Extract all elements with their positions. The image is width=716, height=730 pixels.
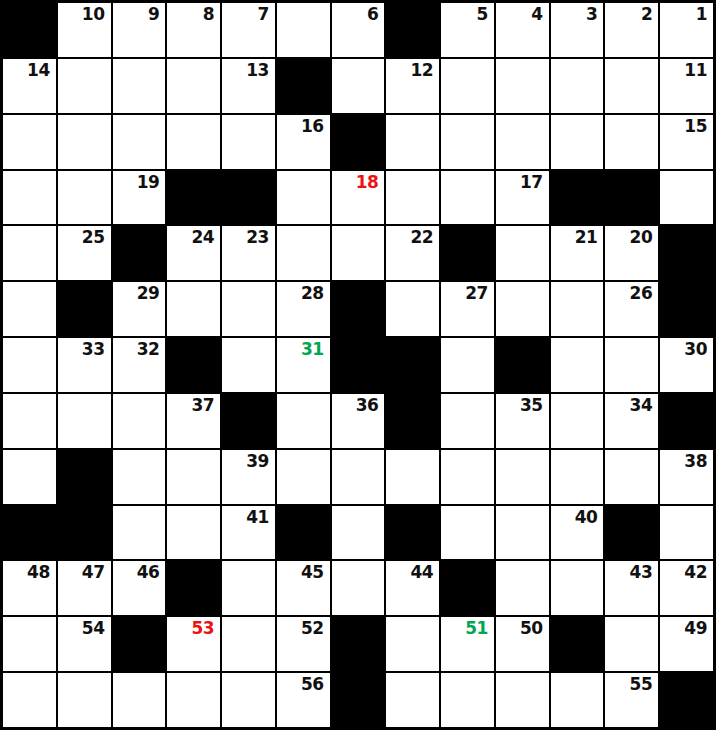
- white-cell[interactable]: 7: [222, 3, 275, 57]
- white-cell[interactable]: [3, 673, 56, 727]
- clue-number: 20: [630, 227, 653, 248]
- white-cell[interactable]: [222, 115, 275, 169]
- white-cell[interactable]: 34: [605, 394, 658, 448]
- clue-number: 33: [82, 339, 105, 360]
- black-cell: [332, 673, 385, 727]
- clue-number: 9: [148, 4, 159, 25]
- clue-number: 32: [137, 339, 160, 360]
- clue-number: 50: [520, 618, 543, 639]
- white-cell[interactable]: 14: [3, 59, 56, 113]
- black-cell: [441, 226, 494, 280]
- white-cell[interactable]: 38: [660, 450, 713, 504]
- white-cell[interactable]: [3, 282, 56, 336]
- white-cell[interactable]: [3, 226, 56, 280]
- white-cell[interactable]: [277, 171, 330, 225]
- clue-number: 43: [630, 562, 653, 583]
- white-cell[interactable]: 56: [277, 673, 330, 727]
- white-cell[interactable]: 16: [277, 115, 330, 169]
- black-cell: [332, 617, 385, 671]
- white-cell[interactable]: [3, 617, 56, 671]
- white-cell[interactable]: 48: [3, 561, 56, 615]
- clue-number: 39: [246, 451, 269, 472]
- white-cell[interactable]: [222, 282, 275, 336]
- white-cell[interactable]: 36: [332, 394, 385, 448]
- white-cell[interactable]: [277, 450, 330, 504]
- white-cell[interactable]: 26: [605, 282, 658, 336]
- white-cell[interactable]: [605, 115, 658, 169]
- white-cell[interactable]: 35: [496, 394, 549, 448]
- white-cell[interactable]: [551, 394, 604, 448]
- clue-number: 56: [301, 674, 324, 695]
- clue-number: 17: [520, 172, 543, 193]
- clue-number: 11: [684, 60, 707, 81]
- clue-number: 15: [684, 116, 707, 137]
- black-cell: [277, 59, 330, 113]
- white-cell[interactable]: [496, 673, 549, 727]
- white-cell[interactable]: [551, 561, 604, 615]
- white-cell[interactable]: [332, 226, 385, 280]
- white-cell[interactable]: [167, 282, 220, 336]
- clue-number: 38: [684, 451, 707, 472]
- white-cell[interactable]: [441, 394, 494, 448]
- white-cell[interactable]: [386, 673, 439, 727]
- white-cell[interactable]: [167, 673, 220, 727]
- white-cell[interactable]: [3, 338, 56, 392]
- white-cell[interactable]: [222, 673, 275, 727]
- white-cell[interactable]: [386, 171, 439, 225]
- white-cell[interactable]: [113, 506, 166, 560]
- white-cell[interactable]: [496, 282, 549, 336]
- black-cell: [551, 171, 604, 225]
- black-cell: [3, 506, 56, 560]
- white-cell[interactable]: 55: [605, 673, 658, 727]
- white-cell[interactable]: 41: [222, 506, 275, 560]
- white-cell[interactable]: [58, 59, 111, 113]
- black-cell: [660, 394, 713, 448]
- white-cell[interactable]: 18: [332, 171, 385, 225]
- clue-number: 45: [301, 562, 324, 583]
- white-cell[interactable]: [3, 115, 56, 169]
- clue-number: 10: [82, 4, 105, 25]
- white-cell[interactable]: [441, 673, 494, 727]
- white-cell[interactable]: [441, 338, 494, 392]
- black-cell: [167, 561, 220, 615]
- white-cell[interactable]: 25: [58, 226, 111, 280]
- white-cell[interactable]: 3: [551, 3, 604, 57]
- clue-number: 19: [137, 172, 160, 193]
- white-cell[interactable]: 33: [58, 338, 111, 392]
- black-cell: [3, 3, 56, 57]
- white-cell[interactable]: 32: [113, 338, 166, 392]
- clue-number: 36: [356, 395, 379, 416]
- white-cell[interactable]: 45: [277, 561, 330, 615]
- white-cell[interactable]: [167, 506, 220, 560]
- white-cell[interactable]: [496, 506, 549, 560]
- black-cell: [386, 506, 439, 560]
- white-cell[interactable]: 54: [58, 617, 111, 671]
- white-cell[interactable]: [167, 450, 220, 504]
- white-cell[interactable]: 43: [605, 561, 658, 615]
- clue-number: 13: [246, 60, 269, 81]
- white-cell[interactable]: [167, 115, 220, 169]
- white-cell[interactable]: 17: [496, 171, 549, 225]
- clue-number: 22: [410, 227, 433, 248]
- white-cell[interactable]: [113, 450, 166, 504]
- white-cell[interactable]: 52: [277, 617, 330, 671]
- white-cell[interactable]: 30: [660, 338, 713, 392]
- white-cell[interactable]: [496, 59, 549, 113]
- clue-number: 51: [465, 618, 488, 639]
- white-cell[interactable]: [605, 450, 658, 504]
- white-cell[interactable]: 10: [58, 3, 111, 57]
- white-cell[interactable]: [58, 394, 111, 448]
- white-cell[interactable]: [3, 171, 56, 225]
- white-cell[interactable]: 37: [167, 394, 220, 448]
- white-cell[interactable]: [496, 115, 549, 169]
- black-cell: [496, 338, 549, 392]
- black-cell: [222, 394, 275, 448]
- white-cell[interactable]: [386, 617, 439, 671]
- black-cell: [605, 506, 658, 560]
- white-cell[interactable]: [222, 338, 275, 392]
- clue-number: 12: [410, 60, 433, 81]
- white-cell[interactable]: [277, 3, 330, 57]
- white-cell[interactable]: [222, 561, 275, 615]
- white-cell[interactable]: [277, 394, 330, 448]
- clue-number: 44: [410, 562, 433, 583]
- clue-number: 23: [246, 227, 269, 248]
- clue-number: 35: [520, 395, 543, 416]
- white-cell[interactable]: 11: [660, 59, 713, 113]
- clue-number: 28: [301, 283, 324, 304]
- clue-number: 6: [367, 4, 378, 25]
- white-cell[interactable]: 39: [222, 450, 275, 504]
- clue-number: 18: [356, 172, 379, 193]
- white-cell[interactable]: [113, 59, 166, 113]
- white-cell[interactable]: [277, 226, 330, 280]
- white-cell[interactable]: 1: [660, 3, 713, 57]
- clue-number: 42: [684, 562, 707, 583]
- clue-number: 41: [246, 507, 269, 528]
- white-cell[interactable]: [386, 115, 439, 169]
- black-cell: [551, 617, 604, 671]
- white-cell[interactable]: 27: [441, 282, 494, 336]
- white-cell[interactable]: [551, 338, 604, 392]
- white-cell[interactable]: 20: [605, 226, 658, 280]
- white-cell[interactable]: 50: [496, 617, 549, 671]
- clue-number: 5: [477, 4, 488, 25]
- white-cell[interactable]: 13: [222, 59, 275, 113]
- clue-number: 25: [82, 227, 105, 248]
- white-cell[interactable]: [3, 450, 56, 504]
- black-cell: [660, 226, 713, 280]
- white-cell[interactable]: 6: [332, 3, 385, 57]
- white-cell[interactable]: 15: [660, 115, 713, 169]
- white-cell[interactable]: [551, 673, 604, 727]
- black-cell: [277, 506, 330, 560]
- white-cell[interactable]: [332, 450, 385, 504]
- clue-number: 49: [684, 618, 707, 639]
- clue-number: 7: [258, 4, 269, 25]
- white-cell[interactable]: [496, 450, 549, 504]
- clue-number: 46: [137, 562, 160, 583]
- clue-number: 37: [191, 395, 214, 416]
- white-cell[interactable]: [551, 115, 604, 169]
- white-cell[interactable]: [441, 171, 494, 225]
- white-cell[interactable]: 19: [113, 171, 166, 225]
- black-cell: [167, 171, 220, 225]
- white-cell[interactable]: [605, 617, 658, 671]
- white-cell[interactable]: 28: [277, 282, 330, 336]
- black-cell: [58, 282, 111, 336]
- clue-number: 24: [191, 227, 214, 248]
- black-cell: [605, 171, 658, 225]
- clue-number: 48: [27, 562, 50, 583]
- white-cell[interactable]: [660, 506, 713, 560]
- white-cell[interactable]: 2: [605, 3, 658, 57]
- white-cell[interactable]: 5: [441, 3, 494, 57]
- white-cell[interactable]: [222, 617, 275, 671]
- black-cell: [660, 673, 713, 727]
- white-cell[interactable]: [332, 506, 385, 560]
- black-cell: [113, 226, 166, 280]
- white-cell[interactable]: 51: [441, 617, 494, 671]
- clue-number: 52: [301, 618, 324, 639]
- white-cell[interactable]: 44: [386, 561, 439, 615]
- white-cell[interactable]: [605, 338, 658, 392]
- clue-number: 14: [27, 60, 50, 81]
- clue-number: 34: [630, 395, 653, 416]
- black-cell: [386, 394, 439, 448]
- white-cell[interactable]: 9: [113, 3, 166, 57]
- white-cell[interactable]: 40: [551, 506, 604, 560]
- white-cell[interactable]: [3, 394, 56, 448]
- clue-number: 47: [82, 562, 105, 583]
- white-cell[interactable]: [58, 115, 111, 169]
- white-cell[interactable]: [441, 59, 494, 113]
- black-cell: [441, 561, 494, 615]
- clue-number: 4: [531, 4, 542, 25]
- white-cell[interactable]: [58, 673, 111, 727]
- white-cell[interactable]: 8: [167, 3, 220, 57]
- black-cell: [386, 338, 439, 392]
- clue-number: 16: [301, 116, 324, 137]
- white-cell[interactable]: 31: [277, 338, 330, 392]
- clue-number: 8: [203, 4, 214, 25]
- white-cell[interactable]: 42: [660, 561, 713, 615]
- white-cell[interactable]: [113, 394, 166, 448]
- white-cell[interactable]: 53: [167, 617, 220, 671]
- clue-number: 3: [586, 4, 597, 25]
- white-cell[interactable]: [496, 561, 549, 615]
- white-cell[interactable]: [441, 506, 494, 560]
- white-cell[interactable]: [441, 115, 494, 169]
- white-cell[interactable]: [113, 115, 166, 169]
- clue-number: 31: [301, 339, 324, 360]
- white-cell[interactable]: [386, 282, 439, 336]
- clue-number: 54: [82, 618, 105, 639]
- black-cell: [167, 338, 220, 392]
- clue-number: 29: [137, 283, 160, 304]
- white-cell[interactable]: 12: [386, 59, 439, 113]
- white-cell[interactable]: 47: [58, 561, 111, 615]
- black-cell: [386, 3, 439, 57]
- white-cell[interactable]: [441, 450, 494, 504]
- white-cell[interactable]: [386, 450, 439, 504]
- white-cell[interactable]: 21: [551, 226, 604, 280]
- clue-number: 53: [191, 618, 214, 639]
- white-cell[interactable]: [167, 59, 220, 113]
- black-cell: [113, 617, 166, 671]
- white-cell[interactable]: [551, 282, 604, 336]
- white-cell[interactable]: [496, 226, 549, 280]
- white-cell[interactable]: 4: [496, 3, 549, 57]
- white-cell[interactable]: 22: [386, 226, 439, 280]
- clue-number: 40: [575, 507, 598, 528]
- white-cell[interactable]: 49: [660, 617, 713, 671]
- black-cell: [660, 282, 713, 336]
- white-cell[interactable]: [660, 171, 713, 225]
- black-cell: [58, 506, 111, 560]
- black-cell: [332, 282, 385, 336]
- white-cell[interactable]: [332, 561, 385, 615]
- white-cell[interactable]: [605, 59, 658, 113]
- clue-number: 55: [630, 674, 653, 695]
- clue-number: 21: [575, 227, 598, 248]
- crossword-grid: 1098765432114131211161519181725242322212…: [0, 0, 716, 730]
- white-cell[interactable]: [113, 673, 166, 727]
- white-cell[interactable]: [551, 450, 604, 504]
- white-cell[interactable]: [58, 171, 111, 225]
- clue-number: 27: [465, 283, 488, 304]
- white-cell[interactable]: 24: [167, 226, 220, 280]
- white-cell[interactable]: 29: [113, 282, 166, 336]
- white-cell[interactable]: 23: [222, 226, 275, 280]
- black-cell: [332, 115, 385, 169]
- clue-number: 2: [641, 4, 652, 25]
- black-cell: [222, 171, 275, 225]
- white-cell[interactable]: 46: [113, 561, 166, 615]
- black-cell: [58, 450, 111, 504]
- clue-number: 1: [696, 4, 707, 25]
- white-cell[interactable]: [332, 59, 385, 113]
- white-cell[interactable]: [551, 59, 604, 113]
- black-cell: [332, 338, 385, 392]
- clue-number: 30: [684, 339, 707, 360]
- clue-number: 26: [630, 283, 653, 304]
